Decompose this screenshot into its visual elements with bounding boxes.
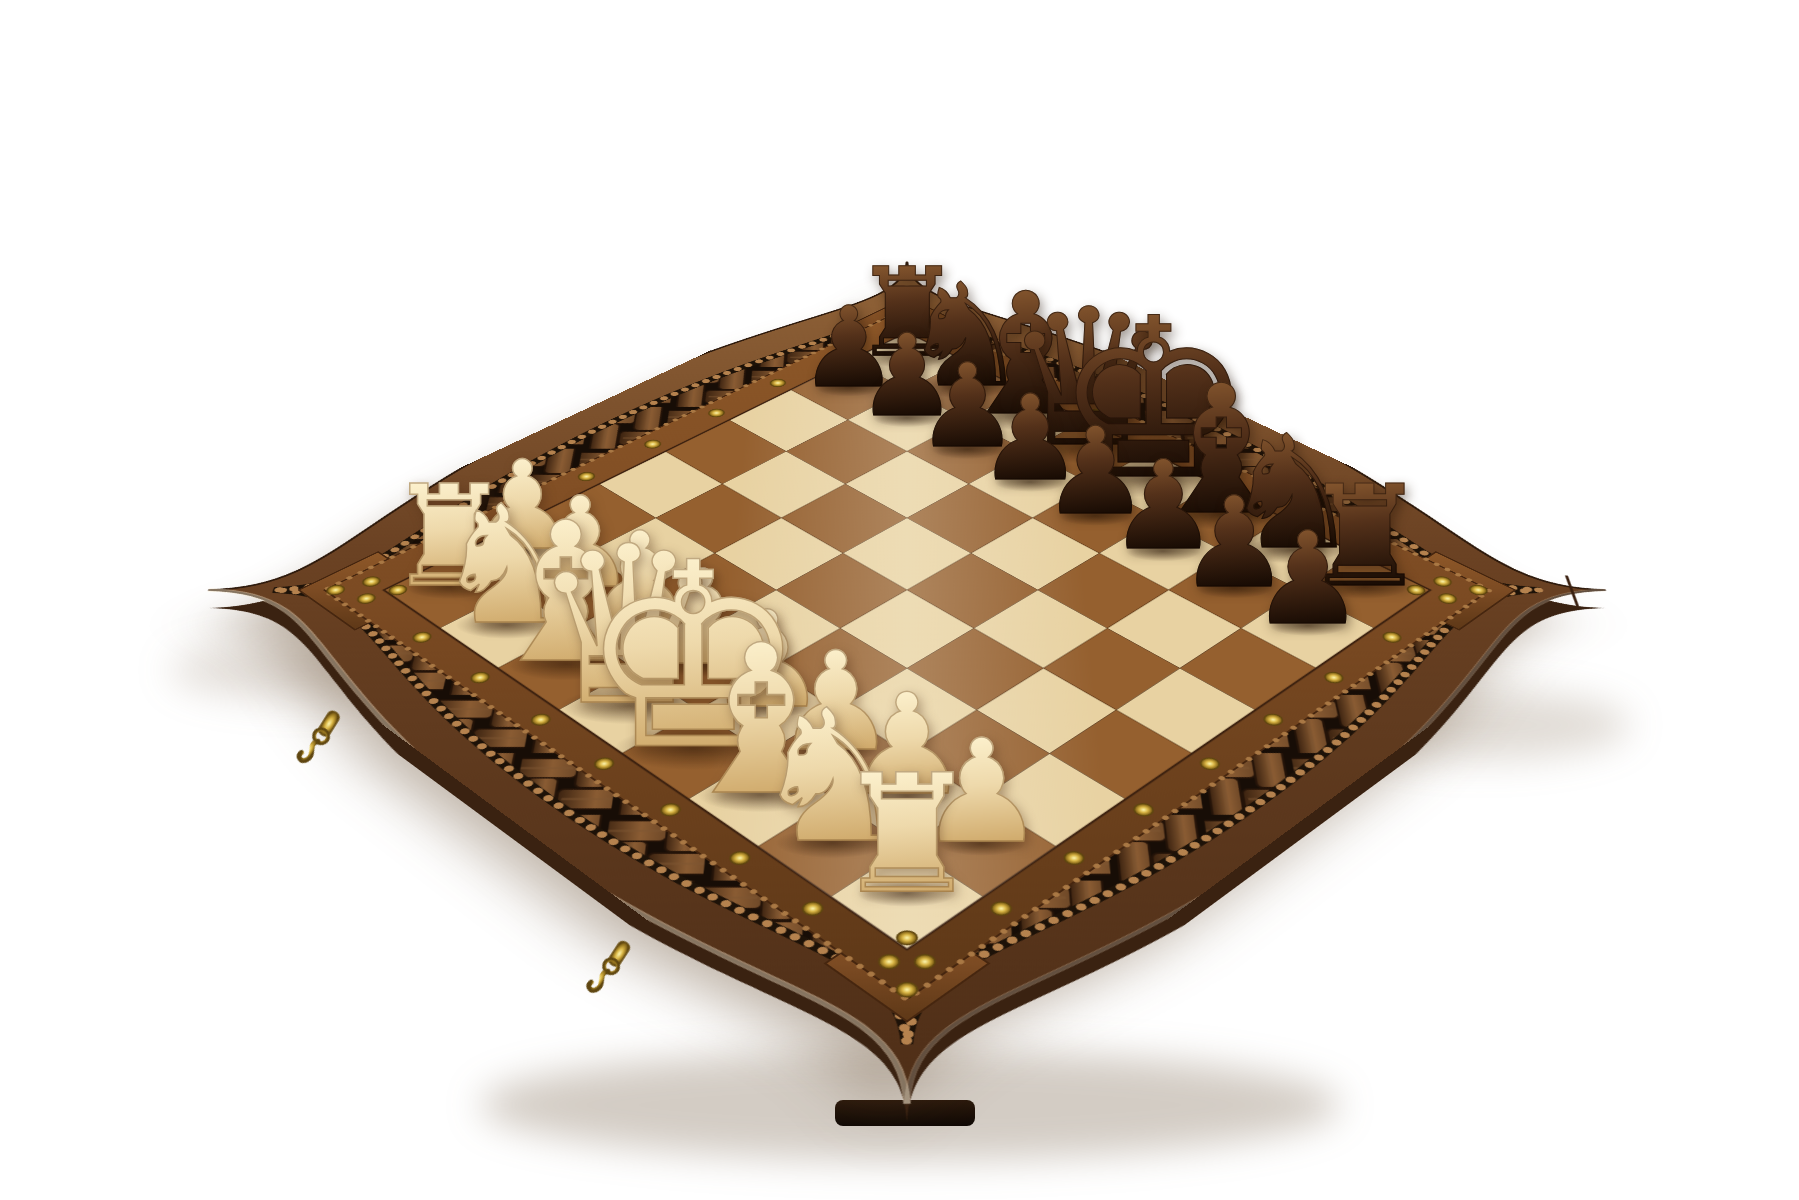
brass-latch-icon[interactable] xyxy=(576,930,644,1005)
piece-white-rook-h1[interactable]: ♜ xyxy=(834,753,981,917)
piece-black-pawn-h7[interactable]: ♟ xyxy=(1250,516,1364,644)
photo-scene: ♜♞♝♛♚♝♞♜♟♟♟♟♟♟♟♟♜♞♝♛♚♝♞♜♟♟♟♟♟♟♟♟ xyxy=(0,0,1799,1200)
